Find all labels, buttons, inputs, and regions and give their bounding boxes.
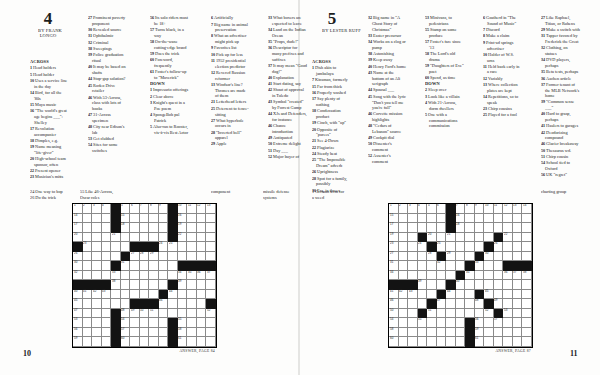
grid-cell[interactable] (149, 337, 159, 347)
grid-cell[interactable] (522, 233, 532, 243)
grid-cell[interactable] (399, 271, 409, 281)
grid-cell[interactable] (92, 318, 102, 328)
grid-cell[interactable]: 12 (503, 204, 513, 214)
grid-cell[interactable]: 46 (159, 299, 169, 309)
grid-cell[interactable] (83, 261, 93, 271)
grid-cell[interactable]: 25 (168, 242, 178, 252)
grid-cell[interactable]: 9 (475, 204, 485, 214)
grid-cell[interactable] (130, 261, 140, 271)
grid-cell[interactable] (102, 309, 112, 319)
grid-cell[interactable]: 57 (494, 318, 504, 328)
grid-cell[interactable] (187, 299, 197, 309)
grid-cell[interactable]: 60 (389, 337, 399, 347)
grid-cell[interactable] (408, 223, 418, 233)
grid-cell[interactable] (513, 233, 523, 243)
grid-cell[interactable] (206, 290, 216, 300)
grid-cell[interactable] (197, 337, 207, 347)
grid-cell[interactable]: 2 (83, 204, 93, 214)
grid-cell[interactable] (92, 261, 102, 271)
grid-cell[interactable] (149, 318, 159, 328)
grid-cell[interactable] (83, 328, 93, 338)
grid-cell[interactable] (149, 223, 159, 233)
grid-cell[interactable] (92, 233, 102, 243)
grid-cell[interactable]: 40 (456, 280, 466, 290)
grid-cell[interactable]: 8 (149, 204, 159, 214)
grid-cell[interactable] (465, 309, 475, 319)
grid-cell[interactable] (149, 233, 159, 243)
grid-cell[interactable] (159, 214, 169, 224)
grid-cell[interactable] (92, 337, 102, 347)
grid-cell[interactable] (130, 233, 140, 243)
grid-cell[interactable] (437, 309, 447, 319)
grid-cell[interactable] (494, 252, 504, 262)
grid-cell[interactable] (484, 214, 494, 224)
grid-cell[interactable] (494, 214, 504, 224)
grid-cell[interactable] (427, 318, 437, 328)
grid-cell[interactable] (484, 233, 494, 243)
grid-cell[interactable] (456, 261, 466, 271)
grid-cell[interactable] (206, 318, 216, 328)
grid-cell[interactable]: 32 (73, 271, 83, 281)
grid-cell[interactable] (121, 290, 131, 300)
grid-cell[interactable] (513, 280, 523, 290)
grid-cell[interactable]: 33 (475, 261, 485, 271)
grid-cell[interactable] (418, 223, 428, 233)
grid-cell[interactable] (149, 290, 159, 300)
grid-cell[interactable]: 14 (522, 204, 532, 214)
grid-cell[interactable] (399, 328, 409, 338)
grid-cell[interactable] (513, 299, 523, 309)
grid-cell[interactable] (130, 328, 140, 338)
grid-cell[interactable] (197, 309, 207, 319)
grid-cell[interactable] (140, 223, 150, 233)
grid-cell[interactable] (111, 299, 121, 309)
grid-cell[interactable]: 6 (437, 204, 447, 214)
grid-cell[interactable] (140, 328, 150, 338)
grid-cell[interactable] (187, 280, 197, 290)
grid-cell[interactable] (456, 299, 466, 309)
grid-cell[interactable] (494, 328, 504, 338)
grid-cell[interactable] (408, 328, 418, 338)
grid-cell[interactable]: 29 (149, 252, 159, 262)
grid-cell[interactable]: 38 (111, 280, 121, 290)
grid-cell[interactable] (408, 271, 418, 281)
grid-cell[interactable] (206, 242, 216, 252)
crossword-grid-left[interactable]: 1234567891011121314151617181920212223242… (72, 203, 217, 348)
grid-cell[interactable] (513, 318, 523, 328)
grid-cell[interactable] (494, 280, 504, 290)
grid-cell[interactable] (159, 280, 169, 290)
grid-cell[interactable]: 24 (418, 242, 428, 252)
grid-cell[interactable] (399, 252, 409, 262)
grid-cell[interactable] (522, 328, 532, 338)
grid-cell[interactable] (408, 309, 418, 319)
grid-cell[interactable] (206, 328, 216, 338)
grid-cell[interactable]: 29 (446, 252, 456, 262)
grid-cell[interactable] (484, 223, 494, 233)
grid-cell[interactable] (121, 242, 131, 252)
grid-cell[interactable] (408, 214, 418, 224)
grid-cell[interactable] (418, 328, 428, 338)
grid-cell[interactable]: 38 (522, 271, 532, 281)
grid-cell[interactable] (427, 337, 437, 347)
grid-cell[interactable] (408, 233, 418, 243)
grid-cell[interactable] (92, 309, 102, 319)
grid-cell[interactable] (446, 299, 456, 309)
grid-cell[interactable] (503, 214, 513, 224)
grid-cell[interactable] (197, 242, 207, 252)
grid-cell[interactable] (197, 280, 207, 290)
grid-cell[interactable] (187, 233, 197, 243)
grid-cell[interactable] (168, 299, 178, 309)
grid-cell[interactable] (503, 252, 513, 262)
grid-cell[interactable] (197, 252, 207, 262)
grid-cell[interactable]: 60 (121, 337, 131, 347)
grid-cell[interactable] (168, 252, 178, 262)
grid-cell[interactable]: 4 (102, 204, 112, 214)
grid-cell[interactable]: 44 (446, 290, 456, 300)
grid-cell[interactable]: 47 (437, 299, 447, 309)
grid-cell[interactable] (399, 261, 409, 271)
grid-cell[interactable] (83, 309, 93, 319)
grid-cell[interactable]: 59 (73, 337, 83, 347)
grid-cell[interactable]: 4 (418, 204, 428, 214)
grid-cell[interactable]: 20 (427, 233, 437, 243)
grid-cell[interactable]: 42 (92, 290, 102, 300)
grid-cell[interactable] (503, 242, 513, 252)
grid-cell[interactable] (399, 318, 409, 328)
grid-cell[interactable] (427, 261, 437, 271)
grid-cell[interactable]: 10 (484, 204, 494, 214)
grid-cell[interactable] (522, 318, 532, 328)
grid-cell[interactable] (408, 299, 418, 309)
grid-cell[interactable] (513, 214, 523, 224)
grid-cell[interactable]: 61 (178, 337, 188, 347)
grid-cell[interactable]: 21 (111, 233, 121, 243)
grid-cell[interactable] (92, 252, 102, 262)
grid-cell[interactable] (187, 337, 197, 347)
grid-cell[interactable] (427, 214, 437, 224)
grid-cell[interactable] (427, 290, 437, 300)
grid-cell[interactable] (140, 318, 150, 328)
grid-cell[interactable]: 52 (484, 309, 494, 319)
grid-cell[interactable] (178, 252, 188, 262)
grid-cell[interactable] (83, 223, 93, 233)
grid-cell[interactable] (475, 242, 485, 252)
grid-cell[interactable] (197, 233, 207, 243)
grid-cell[interactable]: 51 (427, 309, 437, 319)
grid-cell[interactable]: 36 (503, 271, 513, 281)
grid-cell[interactable]: 22 (503, 233, 513, 243)
grid-cell[interactable] (484, 261, 494, 271)
grid-cell[interactable] (206, 252, 216, 262)
grid-cell[interactable] (130, 280, 140, 290)
grid-cell[interactable] (83, 318, 93, 328)
grid-cell[interactable] (418, 261, 428, 271)
grid-cell[interactable] (399, 299, 409, 309)
grid-cell[interactable] (513, 328, 523, 338)
grid-cell[interactable]: 34 (389, 271, 399, 281)
grid-cell[interactable]: 37 (513, 271, 523, 281)
grid-cell[interactable] (503, 280, 513, 290)
grid-cell[interactable] (408, 337, 418, 347)
grid-cell[interactable] (140, 280, 150, 290)
grid-cell[interactable] (187, 242, 197, 252)
grid-cell[interactable] (168, 271, 178, 281)
grid-cell[interactable]: 39 (178, 280, 188, 290)
grid-cell[interactable] (149, 280, 159, 290)
grid-cell[interactable]: 49 (494, 299, 504, 309)
grid-cell[interactable] (408, 318, 418, 328)
grid-cell[interactable] (83, 214, 93, 224)
grid-cell[interactable] (92, 223, 102, 233)
grid-cell[interactable] (149, 261, 159, 271)
grid-cell[interactable] (140, 261, 150, 271)
grid-cell[interactable] (159, 309, 169, 319)
grid-cell[interactable] (494, 261, 504, 271)
grid-cell[interactable] (206, 223, 216, 233)
grid-cell[interactable] (187, 290, 197, 300)
grid-cell[interactable] (83, 271, 93, 281)
grid-cell[interactable] (130, 337, 140, 347)
grid-cell[interactable] (140, 337, 150, 347)
grid-cell[interactable]: 49 (130, 309, 140, 319)
grid-cell[interactable]: 35 (187, 271, 197, 281)
grid-cell[interactable] (206, 337, 216, 347)
grid-cell[interactable] (465, 252, 475, 262)
grid-cell[interactable]: 18 (121, 223, 131, 233)
grid-cell[interactable] (399, 214, 409, 224)
grid-cell[interactable] (130, 214, 140, 224)
grid-cell[interactable] (130, 290, 140, 300)
grid-cell[interactable] (140, 214, 150, 224)
grid-cell[interactable] (522, 223, 532, 233)
grid-cell[interactable] (92, 214, 102, 224)
grid-cell[interactable]: 7 (140, 204, 150, 214)
grid-cell[interactable]: 43 (408, 290, 418, 300)
grid-cell[interactable] (206, 214, 216, 224)
grid-cell[interactable] (475, 214, 485, 224)
grid-cell[interactable]: 3 (408, 204, 418, 214)
grid-cell[interactable] (399, 242, 409, 252)
grid-cell[interactable] (456, 309, 466, 319)
grid-cell[interactable] (140, 290, 150, 300)
grid-cell[interactable] (130, 271, 140, 281)
grid-cell[interactable] (465, 214, 475, 224)
grid-cell[interactable] (121, 280, 131, 290)
grid-cell[interactable] (83, 299, 93, 309)
grid-cell[interactable] (427, 280, 437, 290)
grid-cell[interactable] (446, 261, 456, 271)
grid-cell[interactable] (418, 214, 428, 224)
grid-cell[interactable] (102, 233, 112, 243)
grid-cell[interactable] (446, 318, 456, 328)
grid-cell[interactable] (522, 337, 532, 347)
grid-cell[interactable] (102, 214, 112, 224)
grid-cell[interactable] (121, 233, 131, 243)
grid-cell[interactable]: 48 (475, 299, 485, 309)
grid-cell[interactable] (178, 290, 188, 300)
grid-cell[interactable] (92, 242, 102, 252)
grid-cell[interactable] (465, 223, 475, 233)
grid-cell[interactable] (465, 280, 475, 290)
grid-cell[interactable]: 2 (399, 204, 409, 214)
grid-cell[interactable]: 11 (187, 204, 197, 214)
grid-cell[interactable] (92, 299, 102, 309)
grid-cell[interactable]: 25 (437, 242, 447, 252)
grid-cell[interactable] (475, 280, 485, 290)
grid-cell[interactable]: 28 (427, 252, 437, 262)
grid-cell[interactable] (494, 337, 504, 347)
grid-cell[interactable]: 13 (206, 204, 216, 214)
grid-cell[interactable] (197, 214, 207, 224)
grid-cell[interactable] (159, 318, 169, 328)
grid-cell[interactable] (456, 233, 466, 243)
grid-cell[interactable]: 12 (197, 204, 207, 214)
grid-cell[interactable] (456, 252, 466, 262)
grid-cell[interactable] (149, 214, 159, 224)
grid-cell[interactable] (197, 328, 207, 338)
grid-cell[interactable] (197, 290, 207, 300)
grid-cell[interactable] (197, 299, 207, 309)
grid-cell[interactable] (149, 271, 159, 281)
grid-cell[interactable]: 11 (494, 204, 504, 214)
grid-cell[interactable] (83, 337, 93, 347)
grid-cell[interactable] (111, 242, 121, 252)
grid-cell[interactable] (513, 309, 523, 319)
grid-cell[interactable] (465, 242, 475, 252)
grid-cell[interactable]: 39 (418, 280, 428, 290)
grid-cell[interactable]: 50 (140, 309, 150, 319)
grid-cell[interactable] (418, 252, 428, 262)
grid-cell[interactable] (102, 337, 112, 347)
grid-cell[interactable]: 30 (484, 252, 494, 262)
grid-cell[interactable] (111, 252, 121, 262)
grid-cell[interactable] (121, 271, 131, 281)
grid-cell[interactable] (437, 328, 447, 338)
grid-cell[interactable] (399, 337, 409, 347)
grid-cell[interactable] (159, 252, 169, 262)
grid-cell[interactable] (456, 337, 466, 347)
grid-cell[interactable] (513, 337, 523, 347)
grid-cell[interactable]: 20 (73, 233, 83, 243)
grid-cell[interactable]: 41 (83, 290, 93, 300)
grid-cell[interactable] (159, 328, 169, 338)
grid-cell[interactable] (465, 233, 475, 243)
grid-cell[interactable] (446, 337, 456, 347)
grid-cell[interactable] (437, 337, 447, 347)
grid-cell[interactable] (513, 242, 523, 252)
grid-cell[interactable]: 24 (159, 242, 169, 252)
grid-cell[interactable] (140, 233, 150, 243)
grid-cell[interactable] (503, 328, 513, 338)
grid-cell[interactable] (159, 337, 169, 347)
grid-cell[interactable]: 27 (130, 252, 140, 262)
grid-cell[interactable]: 28 (140, 252, 150, 262)
grid-cell[interactable] (475, 223, 485, 233)
grid-cell[interactable] (149, 328, 159, 338)
grid-cell[interactable] (437, 271, 447, 281)
grid-cell[interactable] (484, 328, 494, 338)
grid-cell[interactable]: 45 (484, 290, 494, 300)
grid-cell[interactable]: 37 (206, 271, 216, 281)
grid-cell[interactable] (494, 271, 504, 281)
grid-cell[interactable] (111, 290, 121, 300)
grid-cell[interactable] (102, 318, 112, 328)
grid-cell[interactable] (465, 299, 475, 309)
grid-cell[interactable] (130, 223, 140, 233)
grid-cell[interactable] (187, 318, 197, 328)
grid-cell[interactable] (83, 252, 93, 262)
grid-cell[interactable] (427, 271, 437, 281)
grid-cell[interactable] (513, 252, 523, 262)
grid-cell[interactable] (465, 290, 475, 300)
grid-cell[interactable] (427, 328, 437, 338)
grid-cell[interactable] (102, 261, 112, 271)
grid-cell[interactable]: 26 (494, 242, 504, 252)
grid-cell[interactable] (456, 328, 466, 338)
grid-cell[interactable] (484, 337, 494, 347)
grid-cell[interactable] (522, 242, 532, 252)
grid-cell[interactable]: 31 (121, 261, 131, 271)
grid-cell[interactable] (513, 223, 523, 233)
grid-cell[interactable] (408, 252, 418, 262)
grid-cell[interactable]: 61 (475, 337, 485, 347)
grid-cell[interactable] (503, 290, 513, 300)
grid-cell[interactable] (168, 309, 178, 319)
grid-cell[interactable] (475, 233, 485, 243)
grid-cell[interactable]: 13 (513, 204, 523, 214)
grid-cell[interactable] (522, 252, 532, 262)
grid-cell[interactable] (399, 233, 409, 243)
grid-cell[interactable] (408, 242, 418, 252)
grid-cell[interactable] (102, 223, 112, 233)
grid-cell[interactable] (178, 242, 188, 252)
grid-cell[interactable] (503, 318, 513, 328)
grid-cell[interactable] (206, 233, 216, 243)
grid-cell[interactable]: 51 (149, 309, 159, 319)
grid-cell[interactable] (418, 337, 428, 347)
grid-cell[interactable] (399, 223, 409, 233)
grid-cell[interactable] (522, 280, 532, 290)
grid-cell[interactable]: 3 (92, 204, 102, 214)
grid-cell[interactable]: 36 (197, 271, 207, 281)
grid-cell[interactable]: 52 (206, 309, 216, 319)
grid-cell[interactable]: 22 (178, 233, 188, 243)
grid-cell[interactable] (187, 309, 197, 319)
grid-cell[interactable] (456, 290, 466, 300)
grid-cell[interactable] (102, 252, 112, 262)
grid-cell[interactable] (446, 328, 456, 338)
grid-cell[interactable] (446, 309, 456, 319)
grid-cell[interactable] (418, 290, 428, 300)
grid-cell[interactable]: 6 (130, 204, 140, 214)
grid-cell[interactable] (197, 223, 207, 233)
grid-cell[interactable]: 5 (427, 204, 437, 214)
grid-cell[interactable] (102, 328, 112, 338)
grid-cell[interactable] (130, 318, 140, 328)
grid-cell[interactable] (522, 290, 532, 300)
grid-cell[interactable]: 42 (399, 290, 409, 300)
grid-cell[interactable] (408, 261, 418, 271)
grid-cell[interactable] (187, 223, 197, 233)
grid-cell[interactable] (522, 309, 532, 319)
grid-cell[interactable] (399, 309, 409, 319)
grid-cell[interactable] (475, 271, 485, 281)
grid-cell[interactable]: 9 (159, 204, 169, 214)
grid-cell[interactable]: 55 (418, 318, 428, 328)
grid-cell[interactable] (418, 299, 428, 309)
